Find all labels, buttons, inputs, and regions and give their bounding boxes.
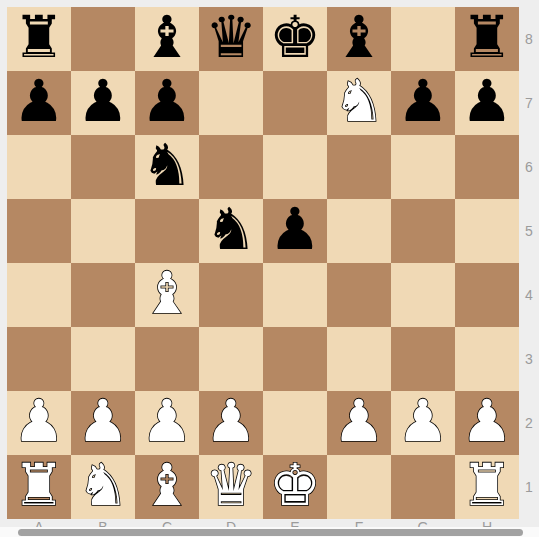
- square-f3[interactable]: [327, 327, 391, 391]
- white-rook-piece[interactable]: ♜: [461, 456, 513, 514]
- square-b7[interactable]: ♟: [71, 71, 135, 135]
- white-pawn-piece[interactable]: ♟: [461, 392, 513, 450]
- square-b2[interactable]: ♟: [71, 391, 135, 455]
- square-e5[interactable]: ♟: [263, 199, 327, 263]
- square-a5[interactable]: [7, 199, 71, 263]
- square-e4[interactable]: [263, 263, 327, 327]
- rank-label-8: 8: [519, 7, 539, 71]
- black-pawn-piece[interactable]: ♟: [13, 72, 65, 130]
- white-king-piece[interactable]: ♚: [269, 456, 321, 514]
- square-a3[interactable]: [7, 327, 71, 391]
- rank-label-7: 7: [519, 71, 539, 135]
- white-pawn-piece[interactable]: ♟: [333, 392, 385, 450]
- square-c2[interactable]: ♟: [135, 391, 199, 455]
- square-a4[interactable]: [7, 263, 71, 327]
- square-c4[interactable]: ♝: [135, 263, 199, 327]
- square-a6[interactable]: [7, 135, 71, 199]
- white-bishop-piece[interactable]: ♝: [141, 264, 193, 322]
- black-king-piece[interactable]: ♚: [269, 8, 321, 66]
- square-a7[interactable]: ♟: [7, 71, 71, 135]
- square-g7[interactable]: ♟: [391, 71, 455, 135]
- square-e6[interactable]: [263, 135, 327, 199]
- square-a8[interactable]: ♜: [7, 7, 71, 71]
- square-g6[interactable]: [391, 135, 455, 199]
- square-c7[interactable]: ♟: [135, 71, 199, 135]
- white-bishop-piece[interactable]: ♝: [141, 456, 193, 514]
- black-pawn-piece[interactable]: ♟: [461, 72, 513, 130]
- black-rook-piece[interactable]: ♜: [13, 8, 65, 66]
- square-h8[interactable]: ♜: [455, 7, 519, 71]
- square-f7[interactable]: ♞: [327, 71, 391, 135]
- square-h2[interactable]: ♟: [455, 391, 519, 455]
- square-e2[interactable]: [263, 391, 327, 455]
- black-pawn-piece[interactable]: ♟: [141, 72, 193, 130]
- white-pawn-piece[interactable]: ♟: [397, 392, 449, 450]
- black-pawn-piece[interactable]: ♟: [269, 200, 321, 258]
- square-d6[interactable]: [199, 135, 263, 199]
- square-d2[interactable]: ♟: [199, 391, 263, 455]
- square-a1[interactable]: ♜: [7, 455, 71, 519]
- square-g1[interactable]: [391, 455, 455, 519]
- square-f4[interactable]: [327, 263, 391, 327]
- black-bishop-piece[interactable]: ♝: [141, 8, 193, 66]
- rank-label-1: 1: [519, 455, 539, 519]
- square-g4[interactable]: [391, 263, 455, 327]
- white-pawn-piece[interactable]: ♟: [205, 392, 257, 450]
- rank-label-2: 2: [519, 391, 539, 455]
- square-e3[interactable]: [263, 327, 327, 391]
- rank-label-6: 6: [519, 135, 539, 199]
- square-b1[interactable]: ♞: [71, 455, 135, 519]
- black-rook-piece[interactable]: ♜: [461, 8, 513, 66]
- square-b8[interactable]: [71, 7, 135, 71]
- square-d4[interactable]: [199, 263, 263, 327]
- square-a2[interactable]: ♟: [7, 391, 71, 455]
- square-b4[interactable]: [71, 263, 135, 327]
- rank-coordinates: 87654321: [519, 7, 539, 519]
- square-e8[interactable]: ♚: [263, 7, 327, 71]
- square-e7[interactable]: [263, 71, 327, 135]
- square-c1[interactable]: ♝: [135, 455, 199, 519]
- square-h1[interactable]: ♜: [455, 455, 519, 519]
- square-g8[interactable]: [391, 7, 455, 71]
- square-b5[interactable]: [71, 199, 135, 263]
- square-d1[interactable]: ♛: [199, 455, 263, 519]
- square-c3[interactable]: [135, 327, 199, 391]
- horizontal-scrollbar-thumb[interactable]: [18, 529, 523, 536]
- black-bishop-piece[interactable]: ♝: [333, 8, 385, 66]
- square-f1[interactable]: [327, 455, 391, 519]
- white-pawn-piece[interactable]: ♟: [13, 392, 65, 450]
- black-knight-piece[interactable]: ♞: [205, 200, 257, 258]
- chess-app-viewport: ♜♝♛♚♝♜♟♟♟♞♟♟♞♞♟♝♟♟♟♟♟♟♟♜♞♝♛♚♜ 87654321 A…: [0, 0, 539, 537]
- rank-label-3: 3: [519, 327, 539, 391]
- white-pawn-piece[interactable]: ♟: [141, 392, 193, 450]
- white-queen-piece[interactable]: ♛: [205, 456, 257, 514]
- square-h7[interactable]: ♟: [455, 71, 519, 135]
- rank-label-4: 4: [519, 263, 539, 327]
- square-f6[interactable]: [327, 135, 391, 199]
- square-d7[interactable]: [199, 71, 263, 135]
- square-b3[interactable]: [71, 327, 135, 391]
- square-c6[interactable]: ♞: [135, 135, 199, 199]
- square-d3[interactable]: [199, 327, 263, 391]
- square-b6[interactable]: [71, 135, 135, 199]
- rank-label-5: 5: [519, 199, 539, 263]
- chess-board: ♜♝♛♚♝♜♟♟♟♞♟♟♞♞♟♝♟♟♟♟♟♟♟♜♞♝♛♚♜: [7, 7, 519, 519]
- black-pawn-piece[interactable]: ♟: [397, 72, 449, 130]
- black-queen-piece[interactable]: ♛: [205, 8, 257, 66]
- square-d8[interactable]: ♛: [199, 7, 263, 71]
- square-h6[interactable]: [455, 135, 519, 199]
- square-f5[interactable]: [327, 199, 391, 263]
- square-f2[interactable]: ♟: [327, 391, 391, 455]
- white-rook-piece[interactable]: ♜: [13, 456, 65, 514]
- white-knight-piece[interactable]: ♞: [333, 72, 385, 130]
- square-e1[interactable]: ♚: [263, 455, 327, 519]
- horizontal-scrollbar-track: [0, 527, 539, 537]
- white-knight-piece[interactable]: ♞: [77, 456, 129, 514]
- square-f8[interactable]: ♝: [327, 7, 391, 71]
- square-h3[interactable]: [455, 327, 519, 391]
- square-h5[interactable]: [455, 199, 519, 263]
- square-c8[interactable]: ♝: [135, 7, 199, 71]
- black-knight-piece[interactable]: ♞: [141, 136, 193, 194]
- square-d5[interactable]: ♞: [199, 199, 263, 263]
- white-pawn-piece[interactable]: ♟: [77, 392, 129, 450]
- square-g2[interactable]: ♟: [391, 391, 455, 455]
- square-h4[interactable]: [455, 263, 519, 327]
- square-c5[interactable]: [135, 199, 199, 263]
- black-pawn-piece[interactable]: ♟: [77, 72, 129, 130]
- square-g5[interactable]: [391, 199, 455, 263]
- square-g3[interactable]: [391, 327, 455, 391]
